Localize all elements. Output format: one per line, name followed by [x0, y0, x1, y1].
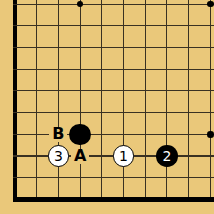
- grid-line: [13, 177, 214, 178]
- stone-white-f3[interactable]: 1: [113, 145, 135, 167]
- grid-line: [101, 0, 102, 202]
- board-edge-line: [13, 197, 214, 202]
- grid-line: [13, 4, 214, 5]
- go-board[interactable]: AB123: [0, 0, 214, 214]
- stone-black-d4[interactable]: [69, 124, 91, 146]
- grid-line: [188, 0, 189, 202]
- move-number: 2: [162, 149, 171, 163]
- grid-line: [145, 0, 146, 202]
- grid-line: [13, 90, 214, 91]
- star-point: [207, 131, 214, 138]
- go-diagram: AB123: [0, 0, 214, 214]
- grid-line: [80, 0, 81, 202]
- move-number: 3: [54, 149, 63, 163]
- grid-line: [13, 112, 214, 113]
- star-point: [207, 1, 214, 8]
- grid-line: [13, 69, 214, 70]
- move-number: 1: [119, 149, 128, 163]
- grid-line: [13, 25, 214, 26]
- grid-line: [123, 0, 124, 202]
- label-b[interactable]: B: [49, 127, 67, 142]
- grid-line: [58, 0, 59, 202]
- grid-line: [13, 134, 214, 135]
- grid-line: [36, 0, 37, 202]
- grid-line: [210, 0, 211, 202]
- stone-white-c3[interactable]: 3: [48, 145, 70, 167]
- grid-line: [13, 47, 214, 48]
- grid-line: [166, 0, 167, 202]
- board-edge-line: [13, 0, 17, 202]
- label-a[interactable]: A: [71, 149, 89, 164]
- stone-black-h3[interactable]: 2: [156, 145, 178, 167]
- star-point: [77, 1, 84, 8]
